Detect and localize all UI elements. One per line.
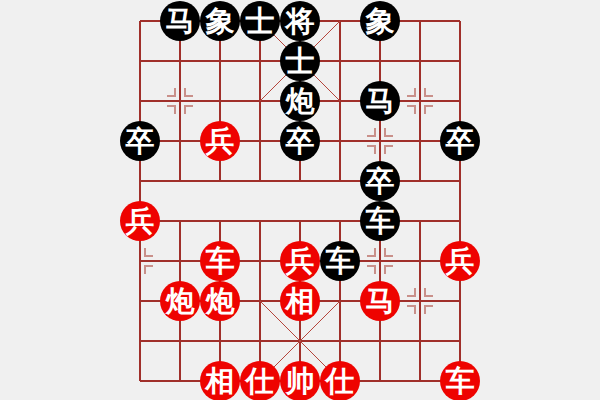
piece-black-advisor[interactable]: 士 [240, 1, 280, 41]
board-intersection[interactable]: 仕 [320, 361, 360, 400]
board-intersection[interactable]: 车 [320, 241, 360, 281]
board-intersection[interactable] [320, 281, 360, 321]
board-intersection[interactable] [160, 201, 200, 241]
board-intersection[interactable] [440, 281, 480, 321]
board-intersection[interactable]: 兵 [440, 241, 480, 281]
board-intersection[interactable]: 兵 [120, 201, 160, 241]
board-intersection[interactable] [400, 41, 440, 81]
board-intersection[interactable]: 相 [200, 361, 240, 400]
board-intersection[interactable] [120, 41, 160, 81]
board-intersection[interactable] [120, 241, 160, 281]
board-intersection[interactable] [400, 241, 440, 281]
board-intersection[interactable] [440, 1, 480, 41]
board-intersection[interactable]: 士 [240, 1, 280, 41]
board-intersection[interactable] [320, 121, 360, 161]
board-intersection[interactable] [240, 201, 280, 241]
board-intersection[interactable]: 帅 [280, 361, 320, 400]
board-intersection[interactable]: 车 [360, 201, 400, 241]
board-intersection[interactable] [120, 281, 160, 321]
piece-red-horse[interactable]: 马 [360, 281, 400, 321]
board-intersection[interactable] [320, 41, 360, 81]
board-intersection[interactable] [200, 81, 240, 121]
board-intersection[interactable] [320, 161, 360, 201]
board-intersection[interactable] [440, 201, 480, 241]
piece-red-general[interactable]: 帅 [280, 361, 320, 400]
board-intersection[interactable]: 象 [200, 1, 240, 41]
board-intersection[interactable] [200, 161, 240, 201]
board-intersection[interactable]: 相 [280, 281, 320, 321]
board-intersection[interactable] [200, 41, 240, 81]
board-intersection[interactable] [160, 81, 200, 121]
piece-black-soldier[interactable]: 卒 [120, 121, 160, 161]
board-intersection[interactable] [280, 161, 320, 201]
piece-black-soldier[interactable]: 卒 [360, 161, 400, 201]
board-intersection[interactable] [160, 241, 200, 281]
board-intersection[interactable] [320, 1, 360, 41]
piece-red-soldier[interactable]: 兵 [120, 201, 160, 241]
board-intersection[interactable] [160, 41, 200, 81]
board-intersection[interactable] [120, 1, 160, 41]
board-intersection[interactable] [160, 161, 200, 201]
board-intersection[interactable] [400, 81, 440, 121]
board-intersection[interactable] [360, 241, 400, 281]
board-intersection[interactable] [160, 321, 200, 361]
board-intersection[interactable] [400, 321, 440, 361]
piece-black-chariot[interactable]: 车 [320, 241, 360, 281]
board-intersection[interactable]: 兵 [200, 121, 240, 161]
board-intersection[interactable] [240, 161, 280, 201]
board-intersection[interactable] [120, 81, 160, 121]
piece-black-soldier[interactable]: 卒 [440, 121, 480, 161]
board-intersection[interactable] [120, 321, 160, 361]
piece-red-cannon[interactable]: 炮 [160, 281, 200, 321]
piece-red-chariot[interactable]: 车 [200, 241, 240, 281]
board-intersection[interactable] [240, 241, 280, 281]
board-intersection[interactable] [440, 321, 480, 361]
board-intersection[interactable] [240, 281, 280, 321]
piece-black-elephant[interactable]: 象 [200, 1, 240, 41]
board-intersection[interactable]: 卒 [280, 121, 320, 161]
piece-red-advisor[interactable]: 仕 [320, 361, 360, 400]
board-intersection[interactable]: 卒 [120, 121, 160, 161]
piece-black-horse[interactable]: 马 [160, 1, 200, 41]
board-intersection[interactable]: 士 [280, 41, 320, 81]
piece-black-chariot[interactable]: 车 [360, 201, 400, 241]
board-intersection[interactable]: 炮 [160, 281, 200, 321]
board-intersection[interactable]: 炮 [280, 81, 320, 121]
board-intersection[interactable] [120, 361, 160, 400]
board-intersection[interactable] [360, 121, 400, 161]
piece-black-horse[interactable]: 马 [360, 81, 400, 121]
piece-red-elephant[interactable]: 相 [200, 361, 240, 400]
board-intersection[interactable] [400, 201, 440, 241]
board-intersection[interactable]: 马 [360, 281, 400, 321]
piece-black-advisor[interactable]: 士 [280, 41, 320, 81]
board-intersection[interactable] [160, 361, 200, 400]
board-intersection[interactable]: 卒 [360, 161, 400, 201]
board-intersection[interactable] [280, 201, 320, 241]
piece-red-cannon[interactable]: 炮 [200, 281, 240, 321]
board-intersection[interactable] [400, 161, 440, 201]
piece-black-cannon[interactable]: 炮 [280, 81, 320, 121]
piece-red-soldier[interactable]: 兵 [440, 241, 480, 281]
piece-red-advisor[interactable]: 仕 [240, 361, 280, 400]
board-intersection[interactable]: 炮 [200, 281, 240, 321]
board-intersection[interactable] [240, 321, 280, 361]
board-intersection[interactable] [240, 81, 280, 121]
board-intersection[interactable] [400, 121, 440, 161]
board-intersection[interactable]: 仕 [240, 361, 280, 400]
board-intersection[interactable] [240, 121, 280, 161]
board-intersection[interactable] [200, 321, 240, 361]
board-intersection[interactable] [360, 41, 400, 81]
piece-red-elephant[interactable]: 相 [280, 281, 320, 321]
xiangqi-app: 马象士将象士炮马卒兵卒卒卒兵车车兵车兵炮炮相马相仕帅仕车 [0, 0, 600, 400]
piece-red-soldier[interactable]: 兵 [200, 121, 240, 161]
piece-black-soldier[interactable]: 卒 [280, 121, 320, 161]
board-intersection[interactable] [320, 201, 360, 241]
piece-black-elephant[interactable]: 象 [360, 1, 400, 41]
piece-black-general[interactable]: 将 [280, 1, 320, 41]
board-intersection[interactable] [160, 121, 200, 161]
board-intersection[interactable] [440, 81, 480, 121]
board-intersection[interactable]: 车 [440, 361, 480, 400]
board-intersection[interactable] [360, 361, 400, 400]
board-intersection[interactable] [240, 41, 280, 81]
board-intersection[interactable] [440, 161, 480, 201]
board-intersection[interactable] [400, 361, 440, 400]
piece-red-chariot[interactable]: 车 [440, 361, 480, 400]
piece-red-soldier[interactable]: 兵 [280, 241, 320, 281]
board-intersection[interactable] [400, 281, 440, 321]
board-intersection[interactable]: 马 [360, 81, 400, 121]
board-intersection[interactable] [360, 321, 400, 361]
board-intersection[interactable] [320, 81, 360, 121]
board-intersection[interactable] [200, 201, 240, 241]
board-intersection[interactable]: 将 [280, 1, 320, 41]
board-intersection[interactable]: 象 [360, 1, 400, 41]
board-intersection[interactable] [280, 321, 320, 361]
board-intersection[interactable] [400, 1, 440, 41]
board-intersection[interactable]: 马 [160, 1, 200, 41]
board-intersection[interactable]: 兵 [280, 241, 320, 281]
board-intersection[interactable]: 车 [200, 241, 240, 281]
xiangqi-board: 马象士将象士炮马卒兵卒卒卒兵车车兵车兵炮炮相马相仕帅仕车 [120, 1, 480, 400]
board-intersection[interactable] [440, 41, 480, 81]
board-intersection[interactable] [320, 321, 360, 361]
board-intersection[interactable] [120, 161, 160, 201]
board-intersection[interactable]: 卒 [440, 121, 480, 161]
